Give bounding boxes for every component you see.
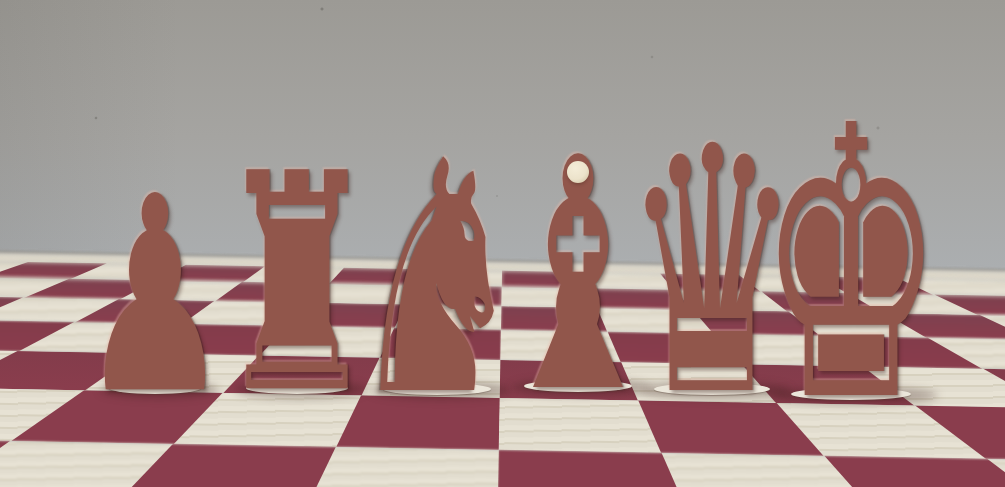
rook-piece[interactable]: ♜ — [297, 91, 299, 391]
queen-piece[interactable]: ♛ — [712, 52, 714, 392]
pawn-icon: ♟ — [80, 161, 230, 431]
bishop-piece[interactable]: ♝ — [578, 69, 580, 389]
bishop-finial-ball — [567, 161, 589, 183]
king-piece[interactable]: ♚ — [851, 22, 853, 397]
pieces-layer: ♟♜♞♝♛♚ — [0, 0, 1005, 487]
pawn-piece[interactable]: ♟ — [155, 121, 157, 391]
king-icon: ♚ — [759, 78, 944, 453]
knight-piece[interactable]: ♞ — [437, 72, 439, 392]
scene: ♟♜♞♝♛♚ — [0, 0, 1005, 487]
